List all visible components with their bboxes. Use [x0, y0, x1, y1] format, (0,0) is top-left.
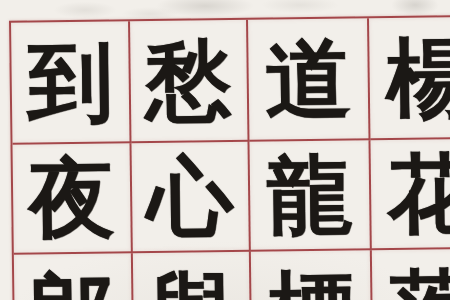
grid-cell: 心	[132, 142, 251, 253]
calligraphy-character: 龍	[266, 152, 353, 239]
calligraphy-character: 與	[148, 269, 235, 300]
grid-cell: 落	[372, 249, 450, 300]
calligraphy-character: 郎	[30, 270, 117, 300]
grid-cell: 愁	[130, 20, 249, 143]
calligraphy-character: 花	[387, 150, 450, 237]
calligraphy-character: 到	[27, 38, 114, 125]
copybook-grid: 到 愁 道 楊 夜 心 龍 花 郎 與 標	[9, 15, 450, 300]
grid-cell: 與	[133, 252, 253, 300]
grid-cell: 花	[370, 139, 450, 250]
grid-cell: 道	[248, 18, 370, 141]
grid-cell: 夜	[13, 143, 133, 254]
calligraphy-character: 愁	[145, 37, 232, 124]
grid-cell: 標	[251, 250, 374, 300]
grid-cell: 郎	[14, 253, 135, 300]
calligraphy-character: 落	[389, 266, 450, 300]
grid-cell: 楊	[369, 17, 450, 140]
calligraphy-character: 道	[265, 36, 352, 123]
calligraphy-copybook-photo: 到 愁 道 楊 夜 心 龍 花 郎 與 標	[0, 0, 450, 300]
calligraphy-character: 夜	[28, 154, 115, 241]
calligraphy-character: 標	[268, 268, 355, 300]
calligraphy-character: 楊	[386, 34, 450, 121]
calligraphy-character: 心	[147, 153, 234, 240]
grid-cell: 龍	[250, 140, 372, 251]
grid-cell: 到	[11, 21, 131, 144]
